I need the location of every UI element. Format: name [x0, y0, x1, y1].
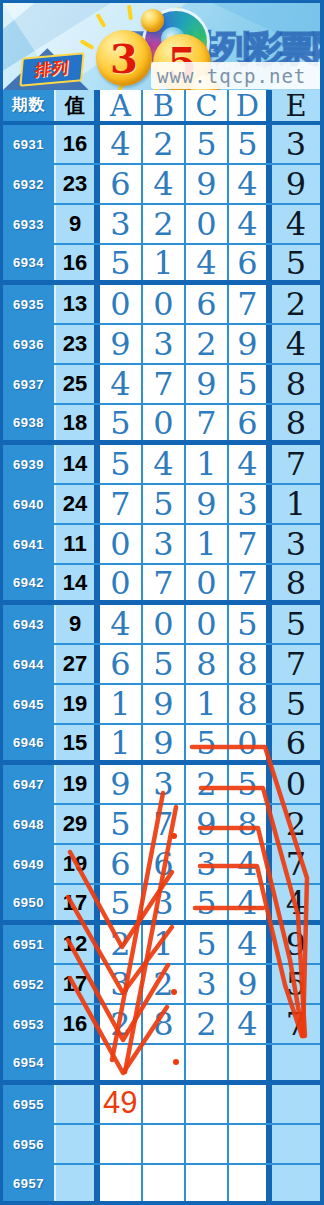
digit-D-cell: 3 — [229, 485, 272, 523]
digit-E-cell: 5 — [272, 245, 320, 280]
period-cell: 6948 — [3, 805, 56, 843]
sum-value-cell: 24 — [56, 485, 100, 523]
gold-ball-icon — [141, 9, 164, 32]
period-cell: 6936 — [3, 325, 56, 363]
digit-B-cell: 0 — [143, 605, 186, 643]
digit-C-cell: 0 — [186, 565, 229, 600]
digit-C-cell: 6 — [186, 285, 229, 323]
digit-A-cell: 4 — [100, 605, 143, 643]
period-cell: 6951 — [3, 925, 56, 963]
digit-D-cell — [229, 1165, 272, 1201]
digit-B-cell: 3 — [143, 765, 186, 803]
sum-value-cell: 14 — [56, 565, 100, 600]
table-body: 6931164255369322364949693393204469341651… — [3, 125, 320, 1205]
digit-C-cell: 1 — [186, 525, 229, 563]
digit-E-cell — [272, 1125, 320, 1163]
sum-value-cell: 13 — [56, 285, 100, 323]
digit-A-cell: 9 — [100, 325, 143, 363]
digit-A-cell: 1 — [100, 685, 143, 723]
chart-row-6944: 69442765887 — [3, 645, 320, 685]
chart-row-6936: 69362393294 — [3, 325, 320, 365]
period-cell: 6933 — [3, 205, 56, 243]
digit-E-cell: 9 — [272, 165, 320, 203]
period-cell: 6944 — [3, 645, 56, 683]
digit-D-cell: 5 — [229, 365, 272, 403]
digit-A-cell: 6 — [100, 165, 143, 203]
col-header-C: C — [186, 90, 229, 121]
chart-row-6931: 69311642553 — [3, 125, 320, 165]
digit-A-cell: 0 — [100, 565, 143, 600]
sum-value-cell: 29 — [56, 805, 100, 843]
digit-C-cell — [186, 1165, 229, 1201]
digit-E-cell: 8 — [272, 365, 320, 403]
digit-C-cell — [186, 1125, 229, 1163]
digit-A-cell: 9 — [100, 765, 143, 803]
chart-row-6935: 69351300672 — [3, 285, 320, 325]
chart-row-6943: 6943940055 — [3, 605, 320, 645]
digit-C-cell — [186, 1085, 229, 1123]
period-cell: 6945 — [3, 685, 56, 723]
period-cell: 6946 — [3, 725, 56, 760]
digit-E-cell — [272, 1165, 320, 1201]
col-header-D: D — [229, 90, 272, 121]
digit-D-cell: 4 — [229, 205, 272, 243]
col-header-A: A — [100, 90, 143, 121]
site-url-bar: www.tqcp.net — [151, 62, 320, 89]
digit-B-cell: 5 — [143, 645, 186, 683]
digit-A-cell: 3 — [100, 205, 143, 243]
chart-row-6950: 69501753544 — [3, 885, 320, 925]
chart-row-6951: 69511221549 — [3, 925, 320, 965]
digit-A-cell: 6 — [100, 645, 143, 683]
chart-row-6941: 69411103173 — [3, 525, 320, 565]
sum-value-cell — [56, 1125, 100, 1163]
chart-row-6949: 69491966347 — [3, 845, 320, 885]
period-cell: 6931 — [3, 125, 56, 163]
chart-row-6942: 69421407078 — [3, 565, 320, 605]
period-cell: 6938 — [3, 405, 56, 440]
sum-value-cell: 27 — [56, 645, 100, 683]
period-cell: 6937 — [3, 365, 56, 403]
chart-row-6956: 6956 — [3, 1125, 320, 1165]
digit-B-cell: 8 — [143, 1005, 186, 1043]
chart-row-6937: 69372547958 — [3, 365, 320, 405]
digit-E-cell: 7 — [272, 1005, 320, 1043]
period-cell: 6956 — [3, 1125, 56, 1163]
digit-A-cell: 1 — [100, 725, 143, 760]
period-cell: 6947 — [3, 765, 56, 803]
chart-row-6945: 69451919185 — [3, 685, 320, 725]
chart-row-6934: 69341651465 — [3, 245, 320, 285]
sum-value-cell: 16 — [56, 1005, 100, 1043]
sum-value-cell: 18 — [56, 405, 100, 440]
digit-D-cell: 9 — [229, 325, 272, 363]
digit-B-cell: 3 — [143, 885, 186, 920]
period-cell: 6952 — [3, 965, 56, 1003]
period-cell: 6940 — [3, 485, 56, 523]
digit-A-cell: 5 — [100, 805, 143, 843]
chart-row-6955: 6955 — [3, 1085, 320, 1125]
digit-E-cell: 4 — [272, 325, 320, 363]
sum-value-cell: 11 — [56, 525, 100, 563]
digit-A-cell: 3 — [100, 965, 143, 1003]
chart-row-6948: 69482957982 — [3, 805, 320, 845]
sum-value-cell: 25 — [56, 365, 100, 403]
digit-D-cell: 5 — [229, 125, 272, 163]
sum-value-cell: 19 — [56, 765, 100, 803]
sum-value-cell — [56, 1085, 100, 1123]
table-header: 期数 值 A B C D E — [3, 90, 320, 125]
digit-B-cell: 2 — [143, 125, 186, 163]
digit-A-cell: 5 — [100, 885, 143, 920]
digit-B-cell: 0 — [143, 405, 186, 440]
period-cell: 6954 — [3, 1045, 56, 1080]
digit-E-cell: 7 — [272, 645, 320, 683]
period-cell: 6957 — [3, 1165, 56, 1201]
digit-C-cell: 4 — [186, 245, 229, 280]
digit-E-cell — [272, 1085, 320, 1123]
digit-B-cell: 1 — [143, 925, 186, 963]
digit-B-cell: 3 — [143, 325, 186, 363]
digit-D-cell — [229, 1045, 272, 1080]
digit-C-cell: 9 — [186, 165, 229, 203]
chart-row-6952: 69521732395 — [3, 965, 320, 1005]
digit-B-cell: 9 — [143, 685, 186, 723]
period-cell: 6942 — [3, 565, 56, 600]
digit-D-cell: 4 — [229, 165, 272, 203]
period-cell: 6950 — [3, 885, 56, 920]
sum-value-cell: 16 — [56, 125, 100, 163]
digit-B-cell — [143, 1165, 186, 1201]
col-header-B: B — [143, 90, 186, 121]
digit-B-cell: 2 — [143, 205, 186, 243]
digit-B-cell: 2 — [143, 965, 186, 1003]
digit-C-cell: 3 — [186, 845, 229, 883]
sum-value-cell: 14 — [56, 445, 100, 483]
pailie-logo-badge: 排列 — [19, 52, 84, 86]
digit-A-cell: 6 — [100, 845, 143, 883]
digit-D-cell: 4 — [229, 1005, 272, 1043]
digit-E-cell: 4 — [272, 885, 320, 920]
col-header-value: 值 — [56, 90, 100, 121]
digit-E-cell: 5 — [272, 685, 320, 723]
digit-D-cell: 5 — [229, 765, 272, 803]
digit-C-cell: 3 — [186, 965, 229, 1003]
digit-A-cell: 2 — [100, 925, 143, 963]
chart-row-6946: 69461519506 — [3, 725, 320, 765]
digit-D-cell: 8 — [229, 805, 272, 843]
banner: 天齐排列彩票网 www.tqcp.net 排列 3 5 www.tqcp.net — [3, 3, 320, 90]
sum-value-cell — [56, 1165, 100, 1201]
period-cell: 6949 — [3, 845, 56, 883]
digit-E-cell: 1 — [272, 485, 320, 523]
digit-D-cell: 4 — [229, 445, 272, 483]
digit-B-cell: 1 — [143, 245, 186, 280]
sum-value-cell: 12 — [56, 925, 100, 963]
digit-D-cell: 7 — [229, 525, 272, 563]
digit-D-cell: 7 — [229, 285, 272, 323]
digit-A-cell: 5 — [100, 245, 143, 280]
handwritten-prediction-note: 49 — [103, 1085, 137, 1121]
digit-E-cell: 8 — [272, 405, 320, 440]
digit-D-cell — [229, 1125, 272, 1163]
period-cell: 6955 — [3, 1085, 56, 1123]
digit-D-cell — [229, 1085, 272, 1123]
digit-B-cell: 0 — [143, 285, 186, 323]
digit-A-cell: 4 — [100, 365, 143, 403]
digit-C-cell: 0 — [186, 205, 229, 243]
digit-C-cell: 2 — [186, 1005, 229, 1043]
digit-D-cell: 4 — [229, 925, 272, 963]
digit-C-cell: 5 — [186, 725, 229, 760]
digit-E-cell: 4 — [272, 205, 320, 243]
digit-A-cell: 5 — [100, 405, 143, 440]
digit-B-cell: 7 — [143, 565, 186, 600]
digit-B-cell — [143, 1085, 186, 1123]
chart-row-6940: 69402475931 — [3, 485, 320, 525]
digit-B-cell: 4 — [143, 445, 186, 483]
period-cell: 6932 — [3, 165, 56, 203]
digit-E-cell: 3 — [272, 525, 320, 563]
digit-A-cell: 0 — [100, 285, 143, 323]
col-header-period: 期数 — [3, 90, 56, 121]
digit-E-cell: 9 — [272, 925, 320, 963]
digit-D-cell: 4 — [229, 845, 272, 883]
digit-D-cell: 7 — [229, 565, 272, 600]
sum-value-cell: 19 — [56, 685, 100, 723]
chart-row-6933: 6933932044 — [3, 205, 320, 245]
digit-B-cell: 4 — [143, 165, 186, 203]
digit-D-cell: 6 — [229, 405, 272, 440]
digit-C-cell: 9 — [186, 485, 229, 523]
sum-value-cell: 23 — [56, 165, 100, 203]
chart-row-6947: 69471993250 — [3, 765, 320, 805]
col-header-E: E — [272, 90, 320, 121]
digit-B-cell: 3 — [143, 525, 186, 563]
digit-E-cell: 0 — [272, 765, 320, 803]
period-cell: 6939 — [3, 445, 56, 483]
sum-value-cell: 19 — [56, 845, 100, 883]
digit-B-cell — [143, 1125, 186, 1163]
digit-B-cell: 5 — [143, 485, 186, 523]
digit-D-cell: 8 — [229, 685, 272, 723]
digit-B-cell: 6 — [143, 845, 186, 883]
sum-value-cell: 16 — [56, 245, 100, 280]
digit-E-cell: 7 — [272, 845, 320, 883]
digit-D-cell: 5 — [229, 605, 272, 643]
digit-A-cell: 4 — [100, 125, 143, 163]
digit-A-cell: 5 — [100, 445, 143, 483]
digit-B-cell: 9 — [143, 725, 186, 760]
period-cell: 6953 — [3, 1005, 56, 1043]
digit-E-cell: 3 — [272, 125, 320, 163]
digit-C-cell: 2 — [186, 325, 229, 363]
digit-A-cell — [100, 1125, 143, 1163]
chart-row-6932: 69322364949 — [3, 165, 320, 205]
digit-C-cell: 7 — [186, 405, 229, 440]
digit-C-cell: 9 — [186, 805, 229, 843]
chart-row-6953: 69531628247 — [3, 1005, 320, 1045]
digit-C-cell: 5 — [186, 885, 229, 920]
digit-C-cell: 8 — [186, 645, 229, 683]
digit-C-cell: 5 — [186, 925, 229, 963]
digit-E-cell: 2 — [272, 805, 320, 843]
digit-A-cell: 7 — [100, 485, 143, 523]
digit-D-cell: 4 — [229, 885, 272, 920]
digit-B-cell: 7 — [143, 805, 186, 843]
sum-value-cell: 15 — [56, 725, 100, 760]
period-cell: 6934 — [3, 245, 56, 280]
chart-row-6957: 6957 — [3, 1165, 320, 1205]
digit-E-cell: 5 — [272, 605, 320, 643]
digit-E-cell — [272, 1045, 320, 1080]
digit-C-cell: 9 — [186, 365, 229, 403]
digit-A-cell — [100, 1045, 143, 1080]
chart-row-6954: 6954 — [3, 1045, 320, 1085]
digit-C-cell: 1 — [186, 685, 229, 723]
digit-D-cell: 8 — [229, 645, 272, 683]
digit-C-cell: 2 — [186, 765, 229, 803]
digit-C-cell: 5 — [186, 125, 229, 163]
digit-E-cell: 2 — [272, 285, 320, 323]
sum-value-cell: 23 — [56, 325, 100, 363]
sum-value-cell: 17 — [56, 965, 100, 1003]
period-cell: 6941 — [3, 525, 56, 563]
digit-E-cell: 8 — [272, 565, 320, 600]
lottery-trend-chart: 天齐排列彩票网 www.tqcp.net 排列 3 5 www.tqcp.net… — [0, 0, 324, 1205]
digit-C-cell: 0 — [186, 605, 229, 643]
digit-D-cell: 0 — [229, 725, 272, 760]
sum-value-cell: 17 — [56, 885, 100, 920]
digit-A-cell — [100, 1165, 143, 1201]
digit-B-cell: 7 — [143, 365, 186, 403]
digit-D-cell: 9 — [229, 965, 272, 1003]
digit-E-cell: 6 — [272, 725, 320, 760]
digit-A-cell: 0 — [100, 525, 143, 563]
sum-value-cell: 9 — [56, 605, 100, 643]
digit-A-cell: 2 — [100, 1005, 143, 1043]
chart-row-6938: 69381850768 — [3, 405, 320, 445]
digit-E-cell: 5 — [272, 965, 320, 1003]
sum-value-cell: 9 — [56, 205, 100, 243]
digit-C-cell — [186, 1045, 229, 1080]
digit-B-cell — [143, 1045, 186, 1080]
digit-E-cell: 7 — [272, 445, 320, 483]
period-cell: 6935 — [3, 285, 56, 323]
logo-ball-3: 3 — [96, 30, 152, 86]
site-url: www.tqcp.net — [157, 65, 306, 87]
digit-C-cell: 1 — [186, 445, 229, 483]
sum-value-cell — [56, 1045, 100, 1080]
period-cell: 6943 — [3, 605, 56, 643]
digit-D-cell: 6 — [229, 245, 272, 280]
chart-row-6939: 69391454147 — [3, 445, 320, 485]
